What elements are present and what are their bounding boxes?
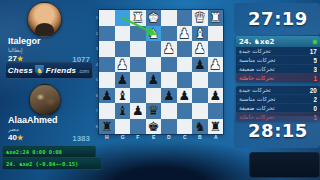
square-h5[interactable] — [99, 72, 115, 88]
square-h8[interactable]: ♜ — [99, 119, 115, 135]
square-g3[interactable] — [115, 41, 131, 57]
stat-row-weak-bottom: تحركات ضعيفة0 — [236, 103, 320, 112]
square-h1[interactable] — [99, 10, 115, 26]
piece-bP-g5: ♟ — [115, 72, 131, 88]
piece-bK-e8: ♚ — [146, 119, 162, 135]
piece-bN-b8: ♞ — [192, 119, 208, 135]
piece-bP-b4: ♟ — [192, 57, 208, 73]
square-g1[interactable] — [115, 10, 131, 26]
square-h2[interactable] — [99, 26, 115, 42]
square-f2[interactable] — [130, 26, 146, 42]
square-e7[interactable]: ♛ — [146, 103, 162, 119]
square-f3[interactable] — [130, 41, 146, 57]
square-d8[interactable] — [161, 119, 177, 135]
stat-row-weak-top: تحركات ضعيفة3 — [236, 64, 320, 73]
square-d7[interactable] — [161, 103, 177, 119]
analysis-line-1: ♞xe2:24 0:00 0:00 — [6, 149, 62, 155]
piece-wR-a1: ♜ — [208, 10, 224, 26]
file-label-a: A — [210, 135, 221, 141]
piece-bP-a6: ♟ — [208, 88, 224, 104]
square-g7[interactable]: ♝ — [115, 103, 131, 119]
square-h7[interactable] — [99, 103, 115, 119]
square-e8[interactable]: ♚ — [146, 119, 162, 135]
piece-wP-c2: ♟ — [177, 26, 193, 42]
rank-label-6: 6 — [94, 91, 98, 100]
square-f7[interactable]: ♟ — [130, 103, 146, 119]
last-move-header: 24. ♞xe2 — [236, 36, 320, 47]
avatar-bottom-player[interactable] — [29, 84, 61, 116]
square-a3[interactable] — [208, 41, 224, 57]
stat-label: تحركات مناسبة — [239, 57, 275, 64]
square-f1[interactable]: ♜ — [130, 10, 146, 26]
file-label-e: E — [148, 135, 159, 141]
piece-wK-e1: ♚ — [146, 10, 162, 26]
square-f5[interactable] — [130, 72, 146, 88]
piece-wP-g4: ♟ — [115, 57, 131, 73]
square-b5[interactable] — [192, 72, 208, 88]
square-g2[interactable] — [115, 26, 131, 42]
piece-wN-e2: ♞ — [146, 26, 162, 42]
square-b6[interactable] — [192, 88, 208, 104]
square-d5[interactable] — [161, 72, 177, 88]
square-e5[interactable]: ♟ — [146, 72, 162, 88]
stat-value: 0 — [313, 105, 317, 111]
square-a1[interactable]: ♜ — [208, 10, 224, 26]
piece-wP-a4: ♟ — [208, 57, 224, 73]
rank-label-5: 5 — [94, 75, 98, 84]
stat-label: تحركات مناسبة — [239, 96, 275, 103]
stat-label: تحركات جيدة — [239, 87, 270, 94]
bottom-player-rating: 1383 — [56, 134, 90, 143]
chess-board: ♜♚♛♜♞♟♝♟♟♟♟♟♟♟♟♝♟♟♟♝♟♛♜♚♞♜ — [99, 10, 223, 134]
analysis-bar-2: 24. ♞xe2 (-0.84→-0.15) — [2, 158, 102, 170]
rank-label-7: 7 — [94, 106, 98, 115]
square-a6[interactable]: ♟ — [208, 88, 224, 104]
logo-text-chess: Chess — [8, 66, 33, 75]
star-icon: ★ — [17, 55, 23, 62]
top-player-country: إيطاليا — [8, 47, 23, 53]
square-c7[interactable] — [177, 103, 193, 119]
square-b8[interactable]: ♞ — [192, 119, 208, 135]
piece-bP-e5: ♟ — [146, 72, 162, 88]
rank-label-1: 1 — [94, 13, 98, 22]
rank-label-8: 8 — [94, 122, 98, 131]
piece-bP-d6: ♟ — [161, 88, 177, 104]
square-c5[interactable] — [177, 72, 193, 88]
square-e6[interactable] — [146, 88, 162, 104]
square-c6[interactable]: ♟ — [177, 88, 193, 104]
square-d1[interactable] — [161, 10, 177, 26]
square-d6[interactable]: ♟ — [161, 88, 177, 104]
file-label-g: G — [117, 135, 128, 141]
square-e3[interactable] — [146, 41, 162, 57]
piece-bB-g6: ♝ — [115, 88, 131, 104]
stat-value: 2 — [313, 96, 317, 102]
square-g6[interactable]: ♝ — [115, 88, 131, 104]
move-quality-table-top: 24. ♞xe2 تحركات جيدة17 تحركات مناسبة5 تح… — [236, 36, 320, 82]
rank-label-3: 3 — [94, 44, 98, 53]
stat-value: 17 — [310, 48, 317, 54]
file-label-f: F — [132, 135, 143, 141]
analysis-line-2: 24. ♞xe2 (-0.84→-0.15) — [6, 161, 78, 167]
piece-bP-h6: ♟ — [99, 88, 115, 104]
file-label-c: C — [179, 135, 190, 141]
stat-label: تحركات ضعيفة — [239, 66, 275, 73]
stat-label: تحركات ضعيفة — [239, 105, 275, 112]
square-e2[interactable]: ♞ — [146, 26, 162, 42]
logo-text-friends: Friends — [46, 66, 76, 75]
square-h6[interactable]: ♟ — [99, 88, 115, 104]
rank-label-4: 4 — [94, 60, 98, 69]
square-a2[interactable] — [208, 26, 224, 42]
stat-row-ok-bottom: تحركات مناسبة2 — [236, 94, 320, 103]
stat-row-ok-top: تحركات مناسبة5 — [236, 55, 320, 64]
piece-wP-b3: ♟ — [192, 41, 208, 57]
square-a4[interactable]: ♟ — [208, 57, 224, 73]
square-f4[interactable] — [130, 57, 146, 73]
square-a8[interactable]: ♜ — [208, 119, 224, 135]
chessfriends-logo[interactable]: Chess ♞ Friends .com — [5, 62, 93, 79]
file-label-h: H — [101, 135, 112, 141]
square-b3[interactable]: ♟ — [192, 41, 208, 57]
app-root: Italegor إيطاليا 27★ 1077 Chess ♞ Friend… — [0, 0, 320, 180]
bottom-player-stars: 40★ — [8, 133, 23, 142]
square-f8[interactable] — [130, 119, 146, 135]
last-move-text: 24. ♞xe2 — [239, 38, 274, 46]
shield-knight-icon: ♞ — [35, 65, 44, 76]
square-b2[interactable]: ♝ — [192, 26, 208, 42]
file-label-d: D — [163, 135, 174, 141]
square-g4[interactable]: ♟ — [115, 57, 131, 73]
good-move-dot-icon — [313, 40, 317, 44]
file-label-b: B — [194, 135, 205, 141]
square-a7[interactable] — [208, 103, 224, 119]
square-d4[interactable] — [161, 57, 177, 73]
square-c8[interactable] — [177, 119, 193, 135]
stat-label: تحركات جيدة — [239, 48, 270, 55]
stat-value: 20 — [310, 87, 317, 93]
square-c1[interactable] — [177, 10, 193, 26]
stat-row-good-bottom: تحركات جيدة20 — [236, 86, 320, 94]
stat-value: 1 — [313, 75, 317, 81]
square-b1[interactable]: ♛ — [192, 10, 208, 26]
piece-bQ-e7: ♛ — [146, 103, 162, 119]
avatar-top-player[interactable] — [27, 2, 62, 37]
rank-labels: 12345678 — [92, 10, 98, 134]
star-icon: ★ — [17, 134, 23, 141]
bottom-player-name[interactable]: AlaaAhmed — [8, 115, 58, 125]
piece-bP-c6: ♟ — [177, 88, 193, 104]
square-a5[interactable] — [208, 72, 224, 88]
stat-row-good-top: تحركات جيدة17 — [236, 47, 320, 55]
stat-label: تحركات خاطئة — [239, 75, 274, 82]
square-c2[interactable]: ♟ — [177, 26, 193, 42]
top-player-clock: 27:19 — [236, 8, 320, 29]
stat-value: 3 — [313, 66, 317, 72]
analysis-bar-1: ♞xe2:24 0:00 0:00 — [2, 146, 96, 158]
square-h4[interactable] — [99, 57, 115, 73]
square-f6[interactable] — [130, 88, 146, 104]
bottom-player-clock: 28:15 — [236, 120, 320, 141]
square-g8[interactable] — [115, 119, 131, 135]
square-b4[interactable]: ♟ — [192, 57, 208, 73]
piece-wP-d3: ♟ — [161, 41, 177, 57]
bottom-player-country: مصر — [8, 126, 19, 132]
stat-value: 5 — [313, 57, 317, 63]
square-b7[interactable] — [192, 103, 208, 119]
piece-bB-g7: ♝ — [115, 103, 131, 119]
top-player-name[interactable]: Italegor — [8, 36, 41, 46]
square-c4[interactable] — [177, 57, 193, 73]
square-d3[interactable]: ♟ — [161, 41, 177, 57]
square-g5[interactable]: ♟ — [115, 72, 131, 88]
logo-text-com: .com — [78, 68, 89, 73]
piece-wB-b2: ♝ — [192, 26, 208, 42]
rank-label-2: 2 — [94, 29, 98, 38]
bottom-player-star-count: 40 — [8, 133, 17, 142]
piece-bR-a8: ♜ — [208, 119, 224, 135]
piece-wQ-b1: ♛ — [192, 10, 208, 26]
file-labels: HGFEDCBA — [99, 134, 223, 142]
stat-row-bad-top: تحركات خاطئة1 — [236, 73, 320, 82]
square-h3[interactable] — [99, 41, 115, 57]
square-d2[interactable] — [161, 26, 177, 42]
piece-wR-f1: ♜ — [130, 10, 146, 26]
square-c3[interactable] — [177, 41, 193, 57]
square-e4[interactable] — [146, 57, 162, 73]
piece-bP-f7: ♟ — [130, 103, 146, 119]
chat-panel[interactable] — [249, 152, 320, 178]
piece-bR-h8: ♜ — [99, 119, 115, 135]
square-e1[interactable]: ♚ — [146, 10, 162, 26]
